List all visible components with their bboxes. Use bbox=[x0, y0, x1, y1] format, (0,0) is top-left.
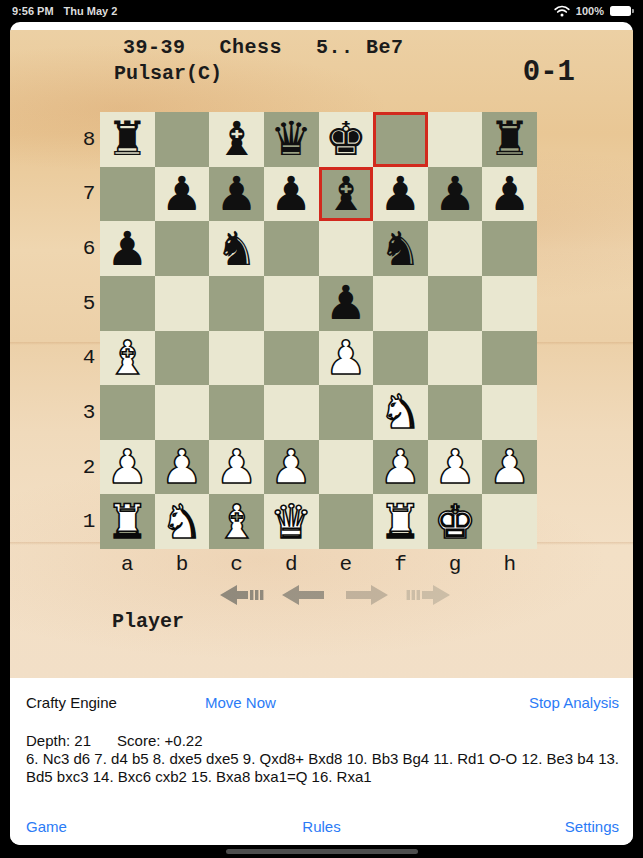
square-f1[interactable]: ♜ bbox=[373, 494, 428, 549]
square-h3[interactable] bbox=[482, 385, 537, 440]
header-line1: 39-39Chess5.. Be7 bbox=[123, 36, 404, 59]
app-title: Chess bbox=[220, 36, 283, 59]
file-labels: abcdefgh bbox=[100, 553, 537, 579]
piece-black-rook[interactable]: ♜ bbox=[106, 112, 148, 166]
status-right: 100% bbox=[554, 5, 631, 17]
square-d4[interactable] bbox=[264, 331, 319, 386]
status-date: Thu May 2 bbox=[64, 5, 118, 17]
square-b6[interactable] bbox=[155, 221, 210, 276]
piece-black-bishop[interactable]: ♝ bbox=[215, 112, 257, 166]
square-a7[interactable] bbox=[100, 167, 155, 222]
square-d8[interactable]: ♛ bbox=[264, 112, 319, 167]
square-g3[interactable] bbox=[428, 385, 483, 440]
square-c6[interactable]: ♞ bbox=[209, 221, 264, 276]
piece-white-rook[interactable]: ♜ bbox=[106, 495, 148, 549]
square-h4[interactable] bbox=[482, 331, 537, 386]
square-g5[interactable] bbox=[428, 276, 483, 331]
engine-stats: Depth: 21Score: +0.22 bbox=[26, 732, 229, 749]
black-player-name: Pulsar(C) bbox=[114, 62, 222, 85]
square-f5[interactable] bbox=[373, 276, 428, 331]
square-b5[interactable] bbox=[155, 276, 210, 331]
rank-labels: 87654321 bbox=[78, 112, 100, 549]
square-g2[interactable]: ♟ bbox=[428, 440, 483, 495]
square-e7[interactable]: ♝ bbox=[319, 167, 374, 222]
rank-label-3: 3 bbox=[78, 385, 100, 440]
square-g7[interactable]: ♟ bbox=[428, 167, 483, 222]
file-label-c: c bbox=[209, 553, 264, 579]
square-c7[interactable]: ♟ bbox=[209, 167, 264, 222]
piece-white-pawn[interactable]: ♟ bbox=[489, 440, 531, 494]
piece-white-pawn[interactable]: ♟ bbox=[106, 440, 148, 494]
square-d1[interactable]: ♛ bbox=[264, 494, 319, 549]
square-c8[interactable]: ♝ bbox=[209, 112, 264, 167]
piece-white-pawn[interactable]: ♟ bbox=[434, 440, 476, 494]
engine-name: Crafty Engine bbox=[26, 694, 117, 711]
square-b3[interactable] bbox=[155, 385, 210, 440]
file-label-d: d bbox=[264, 553, 319, 579]
square-c5[interactable] bbox=[209, 276, 264, 331]
square-d7[interactable]: ♟ bbox=[264, 167, 319, 222]
piece-black-pawn[interactable]: ♟ bbox=[434, 167, 476, 221]
game-result: 0-1 bbox=[523, 56, 575, 89]
square-c3[interactable] bbox=[209, 385, 264, 440]
piece-black-pawn[interactable]: ♟ bbox=[325, 276, 367, 330]
square-h6[interactable] bbox=[482, 221, 537, 276]
file-label-a: a bbox=[100, 553, 155, 579]
piece-black-pawn[interactable]: ♟ bbox=[270, 167, 312, 221]
piece-black-rook[interactable]: ♜ bbox=[489, 112, 531, 166]
square-e6[interactable] bbox=[319, 221, 374, 276]
stop-analysis-button[interactable]: Stop Analysis bbox=[529, 694, 619, 711]
piece-black-pawn[interactable]: ♟ bbox=[489, 167, 531, 221]
square-g4[interactable] bbox=[428, 331, 483, 386]
square-f4[interactable] bbox=[373, 331, 428, 386]
previous-move-button[interactable] bbox=[282, 583, 326, 607]
white-player-name: Player bbox=[112, 610, 184, 633]
settings-button[interactable]: Settings bbox=[565, 818, 619, 835]
move-now-button[interactable]: Move Now bbox=[205, 694, 276, 711]
square-f7[interactable]: ♟ bbox=[373, 167, 428, 222]
square-e2[interactable] bbox=[319, 440, 374, 495]
square-a4[interactable]: ♝ bbox=[100, 331, 155, 386]
square-h7[interactable]: ♟ bbox=[482, 167, 537, 222]
square-b8[interactable] bbox=[155, 112, 210, 167]
square-f3[interactable]: ♞ bbox=[373, 385, 428, 440]
piece-black-queen[interactable]: ♛ bbox=[270, 112, 312, 166]
move-navigation bbox=[220, 582, 450, 608]
square-a8[interactable]: ♜ bbox=[100, 112, 155, 167]
square-f2[interactable]: ♟ bbox=[373, 440, 428, 495]
square-f6[interactable]: ♞ bbox=[373, 221, 428, 276]
square-e3[interactable] bbox=[319, 385, 374, 440]
go-to-end-button[interactable] bbox=[406, 583, 450, 607]
piece-white-knight[interactable]: ♞ bbox=[161, 495, 203, 549]
square-e5[interactable]: ♟ bbox=[319, 276, 374, 331]
square-c2[interactable]: ♟ bbox=[209, 440, 264, 495]
piece-white-queen[interactable]: ♛ bbox=[270, 495, 312, 549]
square-a3[interactable] bbox=[100, 385, 155, 440]
rank-label-8: 8 bbox=[78, 112, 100, 167]
engine-analysis-line: 6. Nc3 d6 7. d4 b5 8. dxe5 dxe5 9. Qxd8+… bbox=[26, 750, 626, 786]
engine-depth: Depth: 21 bbox=[26, 732, 91, 749]
piece-black-pawn[interactable]: ♟ bbox=[379, 167, 421, 221]
square-h1[interactable] bbox=[482, 494, 537, 549]
square-c1[interactable]: ♝ bbox=[209, 494, 264, 549]
rank-label-5: 5 bbox=[78, 276, 100, 331]
piece-black-knight[interactable]: ♞ bbox=[379, 222, 421, 276]
piece-white-king[interactable]: ♚ bbox=[434, 495, 476, 549]
square-a5[interactable] bbox=[100, 276, 155, 331]
square-g1[interactable]: ♚ bbox=[428, 494, 483, 549]
piece-black-knight[interactable]: ♞ bbox=[215, 222, 257, 276]
square-e8[interactable]: ♚ bbox=[319, 112, 374, 167]
square-b1[interactable]: ♞ bbox=[155, 494, 210, 549]
file-label-f: f bbox=[373, 553, 428, 579]
square-d2[interactable]: ♟ bbox=[264, 440, 319, 495]
rank-label-6: 6 bbox=[78, 221, 100, 276]
square-h5[interactable] bbox=[482, 276, 537, 331]
last-move-label: 5.. Be7 bbox=[316, 36, 404, 59]
file-label-g: g bbox=[428, 553, 483, 579]
square-b4[interactable] bbox=[155, 331, 210, 386]
game-clock: 39-39 bbox=[123, 36, 186, 59]
square-d6[interactable] bbox=[264, 221, 319, 276]
piece-white-rook[interactable]: ♜ bbox=[379, 495, 421, 549]
status-time-date: 9:56 PMThu May 2 bbox=[12, 5, 127, 17]
square-a1[interactable]: ♜ bbox=[100, 494, 155, 549]
next-move-button[interactable] bbox=[344, 583, 388, 607]
file-label-h: h bbox=[482, 553, 537, 579]
square-b7[interactable]: ♟ bbox=[155, 167, 210, 222]
piece-white-pawn[interactable]: ♟ bbox=[379, 440, 421, 494]
piece-white-bishop[interactable]: ♝ bbox=[106, 331, 148, 385]
square-f8[interactable] bbox=[373, 112, 428, 167]
wifi-icon bbox=[554, 5, 570, 17]
square-g6[interactable] bbox=[428, 221, 483, 276]
battery-icon bbox=[610, 6, 631, 16]
engine-panel: Crafty Engine Move Now Stop Analysis Dep… bbox=[10, 678, 633, 845]
piece-white-pawn[interactable]: ♟ bbox=[161, 440, 203, 494]
piece-black-pawn[interactable]: ♟ bbox=[161, 167, 203, 221]
square-e1[interactable] bbox=[319, 494, 374, 549]
square-h8[interactable]: ♜ bbox=[482, 112, 537, 167]
piece-black-pawn[interactable]: ♟ bbox=[215, 167, 257, 221]
piece-black-bishop[interactable]: ♝ bbox=[325, 167, 367, 221]
rules-button[interactable]: Rules bbox=[10, 818, 633, 835]
screen: 9:56 PMThu May 2 100% 39-39Chess5.. Be7 … bbox=[0, 0, 643, 858]
chess-board[interactable]: ♜♝♛♚♜♟♟♟♝♟♟♟♟♞♞♟♝♟♞♟♟♟♟♟♟♟♜♞♝♛♜♚ bbox=[100, 112, 537, 549]
square-h2[interactable]: ♟ bbox=[482, 440, 537, 495]
status-time: 9:56 PM bbox=[12, 5, 54, 17]
app-window: 39-39Chess5.. Be7 Pulsar(C) 0-1 87654321… bbox=[10, 22, 633, 845]
square-d3[interactable] bbox=[264, 385, 319, 440]
engine-score: Score: +0.22 bbox=[117, 732, 202, 749]
square-a6[interactable]: ♟ bbox=[100, 221, 155, 276]
go-to-start-button[interactable] bbox=[220, 583, 264, 607]
file-label-b: b bbox=[155, 553, 210, 579]
square-e4[interactable]: ♟ bbox=[319, 331, 374, 386]
home-indicator[interactable] bbox=[226, 849, 418, 854]
rank-label-4: 4 bbox=[78, 331, 100, 386]
piece-white-pawn[interactable]: ♟ bbox=[325, 331, 367, 385]
rank-label-2: 2 bbox=[78, 440, 100, 495]
square-g8[interactable] bbox=[428, 112, 483, 167]
square-b2[interactable]: ♟ bbox=[155, 440, 210, 495]
status-bar: 9:56 PMThu May 2 100% bbox=[0, 0, 643, 22]
piece-white-bishop[interactable]: ♝ bbox=[215, 495, 257, 549]
piece-white-pawn[interactable]: ♟ bbox=[270, 440, 312, 494]
rank-label-7: 7 bbox=[78, 167, 100, 222]
piece-white-knight[interactable]: ♞ bbox=[379, 385, 421, 439]
battery-percent: 100% bbox=[576, 5, 604, 17]
piece-white-pawn[interactable]: ♟ bbox=[215, 440, 257, 494]
piece-black-king[interactable]: ♚ bbox=[325, 112, 367, 166]
square-c4[interactable] bbox=[209, 331, 264, 386]
piece-black-pawn[interactable]: ♟ bbox=[106, 222, 148, 276]
rank-label-1: 1 bbox=[78, 494, 100, 549]
square-d5[interactable] bbox=[264, 276, 319, 331]
square-a2[interactable]: ♟ bbox=[100, 440, 155, 495]
file-label-e: e bbox=[319, 553, 374, 579]
